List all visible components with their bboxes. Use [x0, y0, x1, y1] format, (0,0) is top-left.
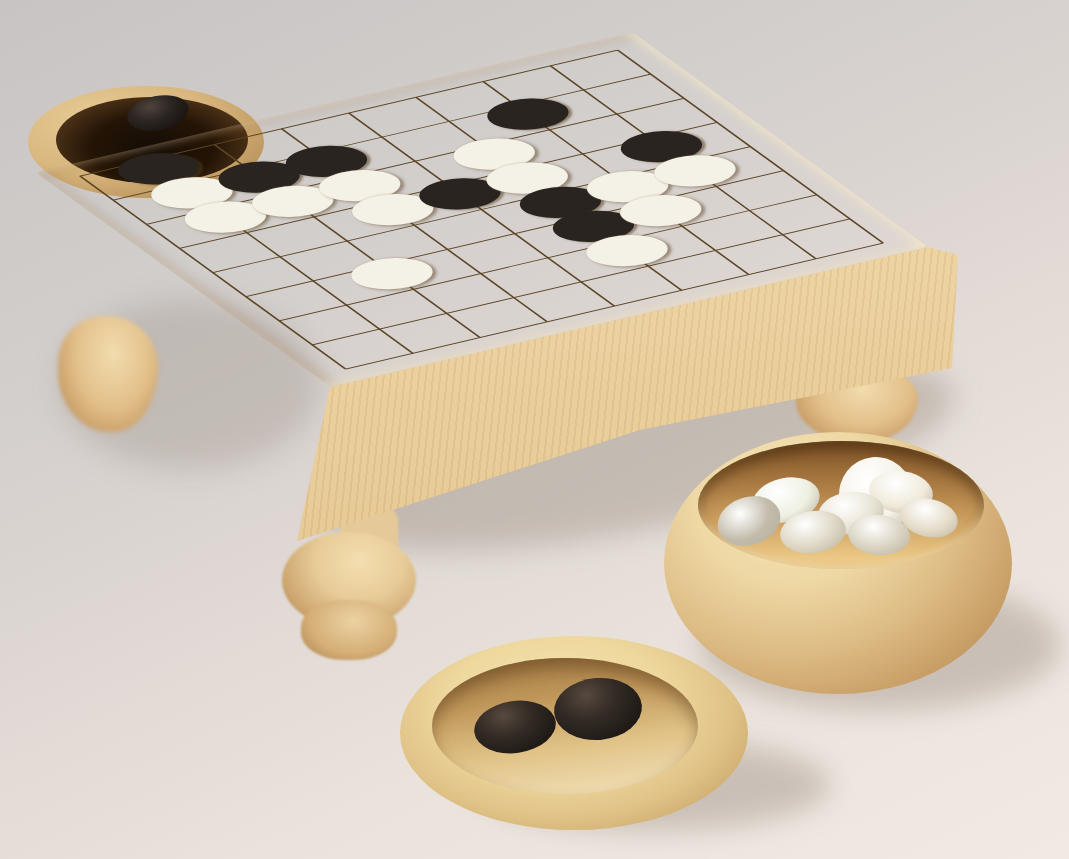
black-stone[interactable] — [471, 696, 559, 759]
black-stone[interactable] — [551, 674, 644, 743]
white-bowl-opening — [698, 441, 984, 569]
lid-stones — [400, 636, 748, 830]
black-stone[interactable] — [124, 90, 192, 136]
board-leg-front-foot — [301, 600, 397, 660]
scene: ●●●●●●●●●●●●●●●●●●●● — [0, 0, 1069, 859]
